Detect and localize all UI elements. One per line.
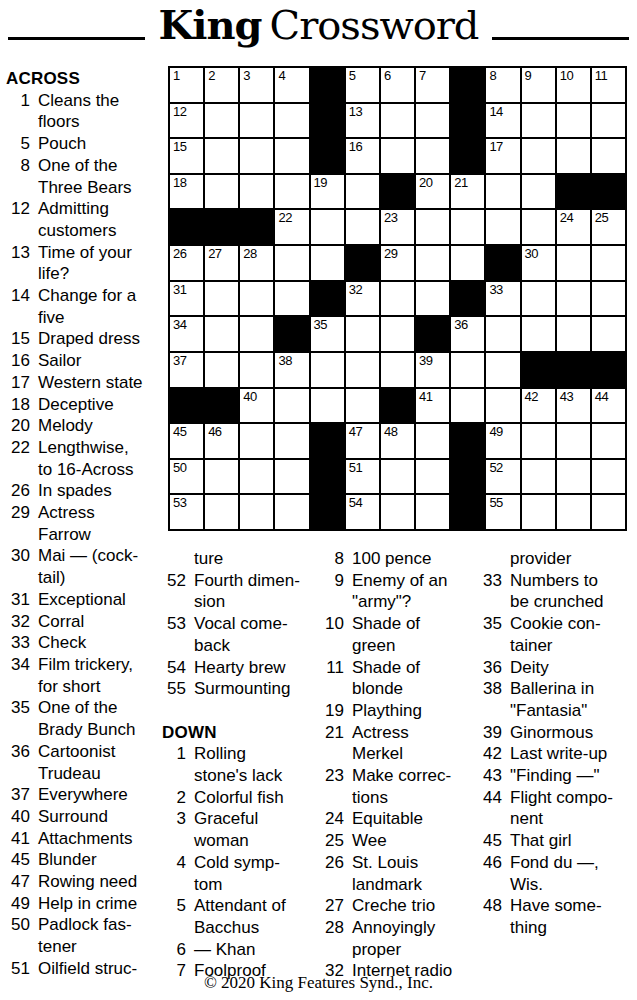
grid-cell-r5c10[interactable]	[485, 209, 520, 245]
clue-down-9: 9Enemy of an "army"?	[320, 570, 477, 613]
clue-text: — Khan	[194, 939, 255, 961]
cell-number-42: 42	[525, 390, 538, 404]
clue-down-43: 43"Finding —"	[478, 765, 636, 787]
across-heading: ACROSS	[6, 68, 168, 90]
clue-text: Blunder	[38, 849, 97, 871]
grid-cell-r6c11[interactable]: 30	[521, 245, 556, 281]
clue-number: 8	[6, 155, 30, 198]
cell-number-45: 45	[173, 425, 186, 439]
grid-cell-r5c11[interactable]	[521, 209, 556, 245]
cell-number-17: 17	[489, 140, 502, 154]
grid-cell-r1c12[interactable]: 10	[556, 67, 591, 103]
clue-across-14: 14Change for a five	[6, 285, 168, 328]
clue-text: Ballerina in "Fantasia"	[510, 678, 594, 721]
clue-text: Mai — (cock- tail)	[38, 545, 138, 588]
grid-cell-r7c12[interactable]	[556, 281, 591, 317]
grid-cell-r6c1[interactable]: 26	[169, 245, 204, 281]
clue-number: 9	[320, 570, 344, 613]
grid-cell-r3c11[interactable]	[521, 138, 556, 174]
clue-text: "Finding —"	[510, 765, 600, 787]
grid-cell-r2c3[interactable]	[239, 103, 274, 139]
grid-cell-r4c5[interactable]: 19	[310, 174, 345, 210]
grid-cell-r3c12[interactable]	[556, 138, 591, 174]
cell-number-1: 1	[173, 69, 180, 83]
clue-text: Admitting customers	[38, 198, 116, 241]
grid-cell-r7c1[interactable]: 31	[169, 281, 204, 317]
grid-cell-r13c8[interactable]	[415, 494, 450, 530]
grid-cell-r4c2[interactable]	[204, 174, 239, 210]
clue-number: 35	[6, 697, 30, 740]
clue-number: 11	[320, 657, 344, 700]
clue-down-35: 35Cookie con- tainer	[478, 613, 636, 656]
cell-number-18: 18	[173, 176, 186, 190]
clue-across-30: 30Mai — (cock- tail)	[6, 545, 168, 588]
clue-text: Shade of blonde	[352, 657, 420, 700]
black-cell-r9c12	[556, 352, 591, 388]
grid-cell-r2c6[interactable]: 13	[345, 103, 380, 139]
clue-text: Deity	[510, 657, 549, 679]
grid-cell-r3c2[interactable]	[204, 138, 239, 174]
grid-cell-r11c12[interactable]	[556, 423, 591, 459]
grid-cell-r12c3[interactable]	[239, 459, 274, 495]
clue-across-31: 31Exceptional	[6, 589, 168, 611]
grid-cell-r5c7[interactable]: 23	[380, 209, 415, 245]
grid-cell-r4c8[interactable]: 20	[415, 174, 450, 210]
clue-number: 38	[478, 678, 502, 721]
grid-cell-r9c5[interactable]	[310, 352, 345, 388]
grid-cell-r3c1[interactable]: 15	[169, 138, 204, 174]
black-cell-r12c9	[450, 459, 485, 495]
clue-number: 25	[320, 830, 344, 852]
grid-cell-r4c11[interactable]	[521, 174, 556, 210]
grid-cell-r8c7[interactable]	[380, 316, 415, 352]
grid-cell-r10c9[interactable]	[450, 388, 485, 424]
clue-across-22: 22Lengthwise, to 16-Across	[6, 437, 168, 480]
cell-number-44: 44	[595, 390, 608, 404]
clue-text: Everywhere	[38, 784, 128, 806]
grid-cell-r2c12[interactable]	[556, 103, 591, 139]
grid-cell-r12c8[interactable]	[415, 459, 450, 495]
clue-down-3: 3Graceful woman	[162, 808, 319, 851]
black-cell-r10c2	[204, 388, 239, 424]
cell-number-40: 40	[243, 390, 256, 404]
grid-cell-r9c7[interactable]	[380, 352, 415, 388]
grid-cell-r4c4[interactable]	[274, 174, 309, 210]
black-cell-r5c1	[169, 209, 204, 245]
grid-cell-r2c8[interactable]	[415, 103, 450, 139]
clue-across-13: 13Time of your life?	[6, 242, 168, 285]
clue-column-across: ACROSS1Cleans the floors5Pouch8One of th…	[6, 68, 168, 980]
grid-cell-r9c8[interactable]: 39	[415, 352, 450, 388]
grid-cell-r1c2[interactable]: 2	[204, 67, 239, 103]
clue-text: Actress Merkel	[352, 722, 409, 765]
grid-cell-r2c1[interactable]: 12	[169, 103, 204, 139]
clue-text: Surround	[38, 806, 108, 828]
black-cell-r3c9	[450, 138, 485, 174]
grid-cell-r2c13[interactable]	[591, 103, 626, 139]
grid-cell-r8c11[interactable]	[521, 316, 556, 352]
grid-cell-r12c12[interactable]	[556, 459, 591, 495]
clue-text: Equitable	[352, 808, 423, 830]
grid-cell-r3c13[interactable]	[591, 138, 626, 174]
cell-number-14: 14	[489, 105, 502, 119]
clue-text: Enemy of an "army"?	[352, 570, 447, 613]
clue-text: Draped dress	[38, 328, 140, 350]
clue-across-5: 5Pouch	[6, 133, 168, 155]
clue-number: 36	[478, 657, 502, 679]
grid-cell-r10c12[interactable]: 43	[556, 388, 591, 424]
grid-cell-r11c7[interactable]: 48	[380, 423, 415, 459]
grid-cell-r10c11[interactable]: 42	[521, 388, 556, 424]
cell-number-47: 47	[349, 425, 362, 439]
clue-text: Numbers to be crunched	[510, 570, 604, 613]
cell-number-12: 12	[173, 105, 186, 119]
grid-cell-r10c13[interactable]: 44	[591, 388, 626, 424]
grid-cell-r5c9[interactable]	[450, 209, 485, 245]
clue-column-2: ture52Fourth dimen- sion53Vocal come- ba…	[162, 548, 319, 982]
grid-cell-r13c13[interactable]	[591, 494, 626, 530]
grid-cell-r8c1[interactable]: 34	[169, 316, 204, 352]
grid-cell-r12c7[interactable]	[380, 459, 415, 495]
cell-number-50: 50	[173, 461, 186, 475]
grid-cell-r6c3[interactable]: 28	[239, 245, 274, 281]
cell-number-39: 39	[419, 354, 432, 368]
grid-cell-r3c3[interactable]	[239, 138, 274, 174]
grid-cell-r13c3[interactable]	[239, 494, 274, 530]
grid-cell-r13c12[interactable]	[556, 494, 591, 530]
clue-number: 45	[6, 849, 30, 871]
grid-cell-r10c5[interactable]	[310, 388, 345, 424]
grid-cell-r3c7[interactable]	[380, 138, 415, 174]
black-cell-r9c13	[591, 352, 626, 388]
grid-cell-r3c8[interactable]	[415, 138, 450, 174]
clue-number: 26	[6, 480, 30, 502]
clue-text: Cleans the floors	[38, 90, 119, 133]
grid-cell-r1c10[interactable]: 8	[485, 67, 520, 103]
grid-cell-r6c4[interactable]	[274, 245, 309, 281]
clue-across-40: 40Surround	[6, 806, 168, 828]
black-cell-r10c1	[169, 388, 204, 424]
cell-number-25: 25	[595, 211, 608, 225]
clue-across-55: 55Surmounting	[162, 678, 319, 700]
clue-down-6: 6— Khan	[162, 939, 319, 961]
grid-cell-r13c6[interactable]: 54	[345, 494, 380, 530]
black-cell-r4c13	[591, 174, 626, 210]
grid-cell-r11c6[interactable]: 47	[345, 423, 380, 459]
grid-cell-r8c2[interactable]	[204, 316, 239, 352]
clue-number: 54	[162, 657, 186, 679]
clue-down-39: 39Ginormous	[478, 722, 636, 744]
clue-text: Creche trio	[352, 895, 435, 917]
grid-cell-r7c13[interactable]	[591, 281, 626, 317]
grid-cell-r2c4[interactable]	[274, 103, 309, 139]
crossword-page: KingCrossword ACROSS1Cleans the floors5P…	[0, 0, 637, 1000]
cell-number-32: 32	[349, 283, 362, 297]
clue-number: 16	[6, 350, 30, 372]
clue-down-2: 2Colorful fish	[162, 787, 319, 809]
clue-number: 43	[478, 765, 502, 787]
grid-cell-r3c4[interactable]	[274, 138, 309, 174]
clue-across-49: 49Help in crime	[6, 893, 168, 915]
grid-cell-r5c5[interactable]	[310, 209, 345, 245]
clue-number: 10	[320, 613, 344, 656]
clue-text: Make correc- tions	[352, 765, 451, 808]
grid-cell-r12c2[interactable]	[204, 459, 239, 495]
grid-cell-r9c3[interactable]	[239, 352, 274, 388]
grid-cell-r12c4[interactable]	[274, 459, 309, 495]
clue-across-17: 17Western state	[6, 372, 168, 394]
clue-across-45: 45Blunder	[6, 849, 168, 871]
clue-text: Time of your life?	[38, 242, 132, 285]
title-rule-right	[492, 37, 629, 40]
grid-cell-r7c8[interactable]	[415, 281, 450, 317]
black-cell-r2c9	[450, 103, 485, 139]
page-title: KingCrossword	[145, 2, 493, 48]
clue-number: 40	[6, 806, 30, 828]
clue-text: provider	[510, 548, 571, 570]
grid-cell-r8c12[interactable]	[556, 316, 591, 352]
grid-cell-r6c9[interactable]	[450, 245, 485, 281]
grid-cell-r11c13[interactable]	[591, 423, 626, 459]
cell-number-7: 7	[419, 69, 426, 83]
clue-text: Attachments	[38, 828, 133, 850]
grid-cell-r8c3[interactable]	[239, 316, 274, 352]
cell-number-21: 21	[454, 176, 467, 190]
title-brand: King	[159, 1, 262, 48]
clue-text: Plaything	[352, 700, 422, 722]
grid-cell-r2c11[interactable]	[521, 103, 556, 139]
title-rest: Crossword	[270, 2, 479, 48]
clue-across-51-continued: ture	[162, 548, 319, 570]
cell-number-28: 28	[243, 247, 256, 261]
grid-cell-r12c13[interactable]	[591, 459, 626, 495]
black-cell-r9c11	[521, 352, 556, 388]
grid-cell-r1c8[interactable]: 7	[415, 67, 450, 103]
grid-cell-r7c4[interactable]	[274, 281, 309, 317]
clue-number	[162, 548, 186, 570]
clue-down-5: 5Attendant of Bacchus	[162, 895, 319, 938]
grid-cell-r13c7[interactable]	[380, 494, 415, 530]
clue-number: 4	[162, 852, 186, 895]
grid-cell-r12c10[interactable]: 52	[485, 459, 520, 495]
grid-cell-r12c11[interactable]	[521, 459, 556, 495]
clue-text: Last write-up	[510, 743, 607, 765]
clue-text: Hearty brew	[194, 657, 286, 679]
grid-cell-r9c1[interactable]: 37	[169, 352, 204, 388]
cell-number-53: 53	[173, 496, 186, 510]
grid-cell-r6c7[interactable]: 29	[380, 245, 415, 281]
grid-cell-r6c13[interactable]	[591, 245, 626, 281]
clue-number: 52	[162, 570, 186, 613]
grid-cell-r8c13[interactable]	[591, 316, 626, 352]
grid-cell-r6c2[interactable]: 27	[204, 245, 239, 281]
grid-cell-r5c6[interactable]	[345, 209, 380, 245]
grid-cell-r8c9[interactable]: 36	[450, 316, 485, 352]
clue-across-36: 36Cartoonist Trudeau	[6, 741, 168, 784]
clue-across-29: 29Actress Farrow	[6, 502, 168, 545]
clue-number: 27	[320, 895, 344, 917]
grid-cell-r4c3[interactable]	[239, 174, 274, 210]
clue-text: Lengthwise, to 16-Across	[38, 437, 133, 480]
clue-number: 44	[478, 787, 502, 830]
grid-cell-r13c10[interactable]: 55	[485, 494, 520, 530]
grid-cell-r10c10[interactable]	[485, 388, 520, 424]
grid-cell-r1c13[interactable]: 11	[591, 67, 626, 103]
clue-across-47: 47Rowing need	[6, 871, 168, 893]
grid-cell-r8c6[interactable]	[345, 316, 380, 352]
clue-across-8: 8One of the Three Bears	[6, 155, 168, 198]
black-cell-r1c5	[310, 67, 345, 103]
clue-text: Exceptional	[38, 589, 126, 611]
grid-cell-r11c11[interactable]	[521, 423, 556, 459]
clue-number: 32	[6, 611, 30, 633]
cell-number-15: 15	[173, 140, 186, 154]
clue-down-23: 23Make correc- tions	[320, 765, 477, 808]
grid-cell-r11c1[interactable]: 45	[169, 423, 204, 459]
grid-cell-r5c8[interactable]	[415, 209, 450, 245]
grid-cell-r6c12[interactable]	[556, 245, 591, 281]
grid-cell-r5c13[interactable]: 25	[591, 209, 626, 245]
clue-text: That girl	[510, 830, 571, 852]
clue-across-1: 1Cleans the floors	[6, 90, 168, 133]
clue-text: St. Louis landmark	[352, 852, 422, 895]
black-cell-r10c7	[380, 388, 415, 424]
grid-cell-r11c3[interactable]	[239, 423, 274, 459]
grid-cell-r13c1[interactable]: 53	[169, 494, 204, 530]
grid-cell-r11c4[interactable]	[274, 423, 309, 459]
title-rule-left	[8, 37, 145, 40]
clue-across-37: 37Everywhere	[6, 784, 168, 806]
grid-cell-r6c8[interactable]	[415, 245, 450, 281]
cell-number-41: 41	[419, 390, 432, 404]
clue-across-33: 33Check	[6, 632, 168, 654]
grid-cell-r1c4[interactable]: 4	[274, 67, 309, 103]
black-cell-r13c9	[450, 494, 485, 530]
clue-text: Fond du —, Wis.	[510, 852, 599, 895]
grid-cell-r3c10[interactable]: 17	[485, 138, 520, 174]
clue-text: Sailor	[38, 350, 81, 372]
grid-cell-r7c7[interactable]	[380, 281, 415, 317]
clue-across-34: 34Film trickery, for short	[6, 654, 168, 697]
grid-cell-r9c9[interactable]	[450, 352, 485, 388]
grid-cell-r13c4[interactable]	[274, 494, 309, 530]
grid-cell-r12c6[interactable]: 51	[345, 459, 380, 495]
clue-number: 13	[6, 242, 30, 285]
grid-cell-r7c2[interactable]	[204, 281, 239, 317]
grid-cell-r7c11[interactable]	[521, 281, 556, 317]
clue-number: 20	[6, 415, 30, 437]
grid-cell-r1c6[interactable]: 5	[345, 67, 380, 103]
grid-cell-r9c6[interactable]	[345, 352, 380, 388]
grid-cell-r12c1[interactable]: 50	[169, 459, 204, 495]
grid-cell-r5c4[interactable]: 22	[274, 209, 309, 245]
cell-number-19: 19	[314, 176, 327, 190]
grid-cell-r10c6[interactable]	[345, 388, 380, 424]
clue-down-24: 24Equitable	[320, 808, 477, 830]
grid-cell-r9c10[interactable]	[485, 352, 520, 388]
clue-number: 8	[320, 548, 344, 570]
grid-cell-r4c1[interactable]: 18	[169, 174, 204, 210]
clue-down-21: 21Actress Merkel	[320, 722, 477, 765]
cell-number-52: 52	[489, 461, 502, 475]
black-cell-r8c8	[415, 316, 450, 352]
masthead: KingCrossword	[8, 2, 629, 48]
grid-cell-r9c4[interactable]: 38	[274, 352, 309, 388]
clue-down-44: 44Flight compo- nent	[478, 787, 636, 830]
grid-cell-r2c10[interactable]: 14	[485, 103, 520, 139]
clue-number: 47	[6, 871, 30, 893]
grid-cell-r1c7[interactable]: 6	[380, 67, 415, 103]
grid-cell-r11c8[interactable]	[415, 423, 450, 459]
grid-cell-r10c4[interactable]	[274, 388, 309, 424]
grid-cell-r4c6[interactable]	[345, 174, 380, 210]
clue-text: Cold symp- tom	[194, 852, 280, 895]
clue-down-28: 28Annoyingly proper	[320, 917, 477, 960]
grid-cell-r2c7[interactable]	[380, 103, 415, 139]
clue-text: Wee	[352, 830, 387, 852]
clue-number: 3	[162, 808, 186, 851]
grid-cell-r1c11[interactable]: 9	[521, 67, 556, 103]
clue-number: 29	[6, 502, 30, 545]
grid-cell-r10c3[interactable]: 40	[239, 388, 274, 424]
grid-cell-r8c10[interactable]	[485, 316, 520, 352]
cell-number-29: 29	[384, 247, 397, 261]
grid-cell-r7c6[interactable]: 32	[345, 281, 380, 317]
grid-cell-r7c3[interactable]	[239, 281, 274, 317]
clue-text: Surmounting	[194, 678, 290, 700]
black-cell-r6c10	[485, 245, 520, 281]
clue-across-54: 54Hearty brew	[162, 657, 319, 679]
clue-number: 34	[6, 654, 30, 697]
cell-number-4: 4	[278, 69, 285, 83]
grid-cell-r3c6[interactable]: 16	[345, 138, 380, 174]
black-cell-r5c2	[204, 209, 239, 245]
grid-cell-r9c2[interactable]	[204, 352, 239, 388]
clue-text: Vocal come- back	[194, 613, 288, 656]
clue-down-26: 26St. Louis landmark	[320, 852, 477, 895]
clue-number: 22	[6, 437, 30, 480]
clue-down-10: 10Shade of green	[320, 613, 477, 656]
grid-cell-r6c5[interactable]	[310, 245, 345, 281]
clue-across-15: 15Draped dress	[6, 328, 168, 350]
grid-cell-r4c10[interactable]	[485, 174, 520, 210]
grid-cell-r2c2[interactable]	[204, 103, 239, 139]
clue-list-spacer	[162, 700, 319, 722]
clue-across-20: 20Melody	[6, 415, 168, 437]
cell-number-37: 37	[173, 354, 186, 368]
grid-cell-r13c11[interactable]	[521, 494, 556, 530]
clue-text: Shade of green	[352, 613, 420, 656]
grid-cell-r1c1[interactable]: 1	[169, 67, 204, 103]
grid-cell-r13c2[interactable]	[204, 494, 239, 530]
black-cell-r8c4	[274, 316, 309, 352]
clue-across-50: 50Padlock fas- tener	[6, 914, 168, 957]
grid-cell-r5c12[interactable]: 24	[556, 209, 591, 245]
grid-cell-r11c2[interactable]: 46	[204, 423, 239, 459]
grid-cell-r1c3[interactable]: 3	[239, 67, 274, 103]
grid-cell-r10c8[interactable]: 41	[415, 388, 450, 424]
grid-cell-r7c10[interactable]: 33	[485, 281, 520, 317]
grid-cell-r8c5[interactable]: 35	[310, 316, 345, 352]
cell-number-26: 26	[173, 247, 186, 261]
grid-cell-r11c10[interactable]: 49	[485, 423, 520, 459]
cell-number-8: 8	[489, 69, 496, 83]
clue-number: 5	[6, 133, 30, 155]
grid-cell-r4c9[interactable]: 21	[450, 174, 485, 210]
clue-across-52: 52Fourth dimen- sion	[162, 570, 319, 613]
clue-number: 26	[320, 852, 344, 895]
cell-number-46: 46	[208, 425, 221, 439]
